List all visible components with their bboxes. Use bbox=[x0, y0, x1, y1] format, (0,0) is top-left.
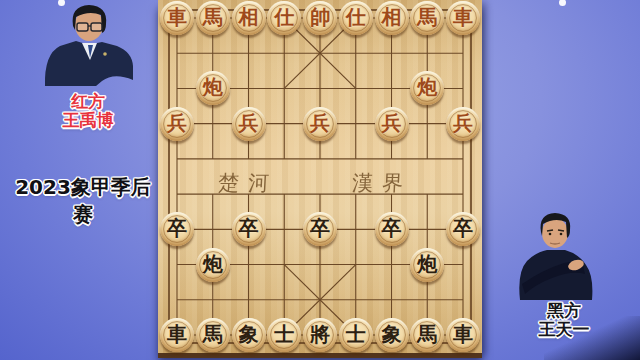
piece-character: 象 bbox=[239, 324, 259, 344]
piece-black-車[interactable]: 車 bbox=[160, 318, 194, 352]
piece-character: 卒 bbox=[167, 218, 187, 238]
xiangqi-board[interactable]: 楚河 漢界 車馬相仕帥仕相馬車炮炮兵兵兵兵兵卒卒卒卒卒炮炮車馬象士將士象馬車 bbox=[158, 0, 482, 353]
piece-black-車[interactable]: 車 bbox=[446, 318, 480, 352]
piece-black-卒[interactable]: 卒 bbox=[232, 212, 266, 246]
piece-character: 相 bbox=[382, 7, 402, 27]
piece-black-馬[interactable]: 馬 bbox=[410, 318, 444, 352]
piece-character: 馬 bbox=[417, 324, 437, 344]
piece-red-相[interactable]: 相 bbox=[232, 1, 266, 35]
piece-character: 車 bbox=[453, 7, 473, 27]
piece-character: 相 bbox=[239, 7, 259, 27]
event-title: 2023象甲季后赛 bbox=[8, 174, 158, 228]
piece-character: 仕 bbox=[346, 7, 366, 27]
piece-character: 將 bbox=[310, 324, 330, 344]
piece-red-馬[interactable]: 馬 bbox=[410, 1, 444, 35]
piece-character: 卒 bbox=[310, 218, 330, 238]
piece-black-馬[interactable]: 馬 bbox=[196, 318, 230, 352]
piece-character: 兵 bbox=[167, 113, 187, 133]
piece-character: 兵 bbox=[453, 113, 473, 133]
piece-character: 兵 bbox=[239, 113, 259, 133]
piece-red-兵[interactable]: 兵 bbox=[446, 107, 480, 141]
red-side-label: 红方 bbox=[28, 92, 148, 111]
piece-red-兵[interactable]: 兵 bbox=[160, 107, 194, 141]
piece-character: 車 bbox=[167, 7, 187, 27]
piece-black-士[interactable]: 士 bbox=[267, 318, 301, 352]
red-player-name: 王禹博 bbox=[28, 111, 148, 130]
piece-character: 帥 bbox=[310, 7, 330, 27]
black-player-head bbox=[541, 213, 571, 248]
red-player-label: 红方 王禹博 bbox=[28, 92, 148, 130]
piece-red-仕[interactable]: 仕 bbox=[267, 1, 301, 35]
piece-black-將[interactable]: 將 bbox=[303, 318, 337, 352]
piece-character: 卒 bbox=[382, 218, 402, 238]
black-player-photo bbox=[512, 210, 600, 300]
piece-character: 車 bbox=[453, 324, 473, 344]
piece-red-帥[interactable]: 帥 bbox=[303, 1, 337, 35]
corner-shade bbox=[544, 316, 640, 360]
glare-dot-right bbox=[559, 0, 566, 6]
piece-red-相[interactable]: 相 bbox=[375, 1, 409, 35]
piece-red-兵[interactable]: 兵 bbox=[232, 107, 266, 141]
piece-red-車[interactable]: 車 bbox=[446, 1, 480, 35]
river-label-right: 漢界 bbox=[351, 169, 412, 197]
piece-black-卒[interactable]: 卒 bbox=[375, 212, 409, 246]
piece-red-車[interactable]: 車 bbox=[160, 1, 194, 35]
piece-character: 象 bbox=[382, 324, 402, 344]
piece-character: 炮 bbox=[417, 254, 437, 274]
piece-red-馬[interactable]: 馬 bbox=[196, 1, 230, 35]
piece-character: 兵 bbox=[310, 113, 330, 133]
piece-red-兵[interactable]: 兵 bbox=[375, 107, 409, 141]
piece-black-象[interactable]: 象 bbox=[232, 318, 266, 352]
piece-character: 炮 bbox=[203, 254, 223, 274]
piece-character: 炮 bbox=[417, 77, 437, 97]
app-background: 红方 王禹博 2023象甲季后赛 楚河 漢界 車馬相仕帥仕相馬車炮炮兵兵兵兵兵卒… bbox=[0, 0, 640, 360]
piece-black-炮[interactable]: 炮 bbox=[410, 248, 444, 282]
board-grid bbox=[158, 0, 482, 353]
piece-character: 仕 bbox=[274, 7, 294, 27]
piece-character: 馬 bbox=[203, 7, 223, 27]
piece-character: 車 bbox=[167, 324, 187, 344]
piece-character: 馬 bbox=[417, 7, 437, 27]
piece-character: 士 bbox=[274, 324, 294, 344]
red-player-head bbox=[73, 5, 107, 41]
piece-black-象[interactable]: 象 bbox=[375, 318, 409, 352]
piece-black-炮[interactable]: 炮 bbox=[196, 248, 230, 282]
piece-character: 炮 bbox=[203, 77, 223, 97]
red-player-photo bbox=[42, 2, 136, 86]
piece-red-兵[interactable]: 兵 bbox=[303, 107, 337, 141]
river-label-left: 楚河 bbox=[217, 169, 278, 197]
piece-red-炮[interactable]: 炮 bbox=[196, 71, 230, 105]
piece-character: 卒 bbox=[453, 218, 473, 238]
piece-character: 卒 bbox=[239, 218, 259, 238]
piece-character: 馬 bbox=[203, 324, 223, 344]
piece-red-仕[interactable]: 仕 bbox=[339, 1, 373, 35]
piece-character: 兵 bbox=[382, 113, 402, 133]
piece-character: 士 bbox=[346, 324, 366, 344]
piece-black-士[interactable]: 士 bbox=[339, 318, 373, 352]
